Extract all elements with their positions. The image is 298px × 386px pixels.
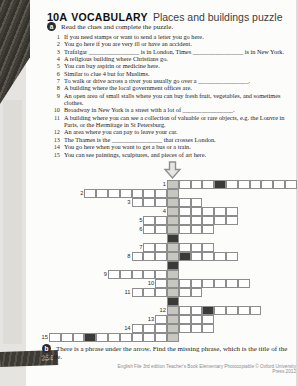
answer-cell[interactable] bbox=[214, 207, 226, 216]
row-number-label: 14 bbox=[119, 324, 131, 333]
clue-number: 2 bbox=[47, 40, 60, 47]
answer-cell[interactable] bbox=[143, 189, 155, 198]
answer-cell[interactable] bbox=[155, 198, 167, 207]
clue-text: You go here when you want to get a bus o… bbox=[64, 143, 191, 150]
shaded-answer-cell[interactable] bbox=[167, 324, 179, 333]
answer-cell[interactable] bbox=[191, 324, 203, 333]
clue-list: 1If you need stamps or want to send a le… bbox=[47, 33, 294, 158]
answer-cell[interactable] bbox=[202, 216, 214, 225]
shaded-answer-cell[interactable] bbox=[167, 288, 179, 297]
shaded-answer-cell[interactable] bbox=[167, 225, 179, 234]
answer-cell[interactable] bbox=[155, 252, 167, 261]
answer-cell[interactable] bbox=[143, 198, 155, 207]
clue-text: The Thames is the ________________ that … bbox=[64, 136, 216, 143]
clue-item: 12An area where you can pay to leave you… bbox=[47, 128, 294, 135]
answer-cell[interactable] bbox=[214, 252, 226, 261]
clue-item: 10Broadway in New York is a street with … bbox=[47, 106, 294, 113]
answer-cell[interactable] bbox=[132, 189, 144, 198]
answer-cell[interactable] bbox=[132, 324, 144, 333]
clue-text: You can see paintings, sculptures, and p… bbox=[64, 151, 206, 158]
answer-cell[interactable] bbox=[108, 189, 120, 198]
shaded-answer-cell[interactable] bbox=[167, 270, 179, 279]
phrase-space-cell bbox=[167, 234, 179, 243]
answer-cell[interactable] bbox=[179, 198, 191, 207]
clue-number: 7 bbox=[47, 77, 60, 84]
answer-cell[interactable] bbox=[143, 243, 155, 252]
answer-cell[interactable] bbox=[202, 315, 214, 324]
row-number-label: 7 bbox=[130, 243, 142, 252]
shaded-answer-cell[interactable] bbox=[167, 279, 179, 288]
answer-cell[interactable] bbox=[226, 252, 238, 261]
answer-cell[interactable] bbox=[155, 333, 167, 342]
answer-cell[interactable] bbox=[49, 333, 61, 342]
answer-cell[interactable] bbox=[155, 270, 167, 279]
answer-cell[interactable] bbox=[285, 180, 297, 189]
answer-cell[interactable] bbox=[155, 279, 167, 288]
shaded-answer-cell[interactable] bbox=[167, 180, 179, 189]
clue-number: 3 bbox=[47, 48, 60, 55]
clue-item: 14You go here when you want to get a bus… bbox=[47, 143, 294, 150]
clue-number: 15 bbox=[47, 151, 60, 158]
task-a-text: Read the clues and complete the puzzle. bbox=[61, 23, 173, 31]
answer-cell[interactable] bbox=[191, 207, 203, 216]
answer-cell[interactable] bbox=[202, 225, 214, 234]
clue-item: 11A building where you can see a collect… bbox=[47, 114, 294, 129]
answer-cell[interactable] bbox=[191, 216, 203, 225]
clue-item: 7To walk or drive across a river you usu… bbox=[47, 77, 294, 84]
clue-item: 2You go here if you are very ill or have… bbox=[47, 40, 294, 47]
answer-cell[interactable] bbox=[202, 207, 214, 216]
row-number-label: 5 bbox=[130, 216, 142, 225]
row-number-label: 6 bbox=[130, 225, 142, 234]
clue-item: 4A religious building where Christians g… bbox=[47, 55, 294, 62]
answer-cell[interactable] bbox=[191, 306, 203, 315]
task-a: aRead the clues and complete the puzzle. bbox=[47, 22, 173, 31]
answer-cell[interactable] bbox=[202, 243, 214, 252]
clue-text: To walk or drive across a river you usua… bbox=[64, 77, 250, 84]
shaded-answer-cell[interactable] bbox=[167, 333, 179, 342]
clue-item: 6Similar to clue 4 but for Muslims. bbox=[47, 70, 294, 77]
answer-cell[interactable] bbox=[250, 180, 262, 189]
answer-cell[interactable] bbox=[179, 306, 191, 315]
row-number-label: 11 bbox=[119, 288, 131, 297]
answer-cell[interactable] bbox=[143, 252, 155, 261]
shaded-answer-cell[interactable] bbox=[167, 252, 179, 261]
row-number-label: 4 bbox=[154, 207, 166, 216]
answer-cell[interactable] bbox=[84, 189, 96, 198]
shaded-answer-cell[interactable] bbox=[167, 306, 179, 315]
row-number-label: 12 bbox=[154, 306, 166, 315]
answer-cell[interactable] bbox=[191, 180, 203, 189]
answer-cell[interactable] bbox=[191, 252, 203, 261]
answer-cell[interactable] bbox=[202, 324, 214, 333]
answer-cell[interactable] bbox=[143, 333, 155, 342]
answer-cell[interactable] bbox=[155, 243, 167, 252]
answer-cell[interactable] bbox=[143, 288, 155, 297]
clue-text: A building where the local government of… bbox=[64, 84, 192, 91]
word-space-cell bbox=[84, 333, 96, 342]
answer-cell[interactable] bbox=[191, 243, 203, 252]
answer-cell[interactable] bbox=[226, 306, 238, 315]
answer-cell[interactable] bbox=[96, 333, 108, 342]
clue-item: 3Trafalgar ________________ is in London… bbox=[47, 48, 294, 55]
clue-text: Trafalgar ________________ is in London,… bbox=[64, 48, 284, 55]
clue-number: 5 bbox=[47, 62, 60, 69]
row-number-label: 15 bbox=[36, 333, 48, 342]
answer-cell[interactable] bbox=[214, 279, 226, 288]
clue-number: 14 bbox=[47, 143, 60, 150]
word-space-cell bbox=[202, 306, 214, 315]
clue-number: 13 bbox=[47, 136, 60, 143]
clue-number: 10 bbox=[47, 106, 60, 113]
clue-text: If you need stamps or want to send a let… bbox=[64, 33, 204, 40]
answer-cell[interactable] bbox=[155, 216, 167, 225]
book-spine-strip-middle bbox=[3, 100, 22, 344]
answer-cell[interactable] bbox=[155, 288, 167, 297]
clue-text: You go here if you are very ill or have … bbox=[64, 40, 192, 47]
clue-item: 5You can buy aspirin or medicine here. bbox=[47, 62, 294, 69]
answer-cell[interactable] bbox=[179, 315, 191, 324]
clue-number: 8 bbox=[47, 84, 60, 91]
answer-cell[interactable] bbox=[238, 180, 250, 189]
answer-cell[interactable] bbox=[179, 279, 191, 288]
answer-cell[interactable] bbox=[191, 198, 203, 207]
task-b-badge: b bbox=[42, 344, 51, 353]
clue-item: 1If you need stamps or want to send a le… bbox=[47, 33, 294, 40]
answer-cell[interactable] bbox=[132, 333, 144, 342]
puzzle-grid-area: 123456789101112131415 bbox=[49, 180, 297, 342]
answer-cell[interactable] bbox=[226, 207, 238, 216]
answer-cell[interactable] bbox=[120, 189, 132, 198]
answer-cell[interactable] bbox=[143, 225, 155, 234]
clue-text: An area where you can pay to leave your … bbox=[64, 128, 178, 135]
answer-cell[interactable] bbox=[155, 225, 167, 234]
answer-cell[interactable] bbox=[120, 333, 132, 342]
answer-cell[interactable] bbox=[96, 189, 108, 198]
clue-text: A religious building where Christians go… bbox=[64, 55, 168, 62]
answer-cell[interactable] bbox=[179, 288, 191, 297]
answer-cell[interactable] bbox=[108, 270, 120, 279]
row-number-label: 8 bbox=[119, 252, 131, 261]
clue-number: 1 bbox=[47, 33, 60, 40]
answer-cell[interactable] bbox=[143, 324, 155, 333]
answer-cell[interactable] bbox=[132, 198, 144, 207]
clue-text: Broadway in New York is a street with a … bbox=[64, 106, 235, 113]
task-a-badge: a bbox=[47, 22, 56, 31]
answer-cell[interactable] bbox=[132, 270, 144, 279]
answer-cell[interactable] bbox=[261, 180, 273, 189]
answer-cell[interactable] bbox=[226, 180, 238, 189]
answer-cell[interactable] bbox=[120, 270, 132, 279]
worksheet-page: 254 10AVOCABULARYPlaces and buildings pu… bbox=[0, 0, 298, 386]
answer-cell[interactable] bbox=[238, 306, 250, 315]
answer-cell[interactable] bbox=[202, 279, 214, 288]
answer-cell[interactable] bbox=[214, 216, 226, 225]
answer-cell[interactable] bbox=[73, 333, 85, 342]
clue-number: 9 bbox=[47, 92, 60, 107]
answer-cell[interactable] bbox=[155, 315, 167, 324]
row-number-label: 3 bbox=[119, 198, 131, 207]
phrase-space-cell bbox=[167, 297, 179, 306]
clue-item: 13The Thames is the ________________ tha… bbox=[47, 136, 294, 143]
answer-cell[interactable] bbox=[226, 216, 238, 225]
answer-cell[interactable] bbox=[202, 252, 214, 261]
answer-cell[interactable] bbox=[250, 306, 262, 315]
row-number-label: 10 bbox=[142, 279, 154, 288]
answer-cell[interactable] bbox=[226, 279, 238, 288]
row-number-label: 13 bbox=[142, 315, 154, 324]
answer-cell[interactable] bbox=[191, 279, 203, 288]
answer-cell[interactable] bbox=[191, 288, 203, 297]
answer-cell[interactable] bbox=[179, 324, 191, 333]
clue-text: An open area of small stalls where you c… bbox=[64, 92, 294, 107]
clue-text: Similar to clue 4 but for Muslims. bbox=[64, 70, 150, 77]
answer-cell[interactable] bbox=[132, 252, 144, 261]
answer-cell[interactable] bbox=[273, 180, 285, 189]
clue-number: 6 bbox=[47, 70, 60, 77]
shaded-answer-cell[interactable] bbox=[167, 207, 179, 216]
answer-cell[interactable] bbox=[132, 288, 144, 297]
shaded-answer-cell[interactable] bbox=[167, 198, 179, 207]
shaded-answer-cell[interactable] bbox=[167, 315, 179, 324]
copyright-footer: English File 3rd edition Teacher's Book … bbox=[110, 364, 296, 374]
answer-cell[interactable] bbox=[155, 324, 167, 333]
word-space-cell bbox=[214, 180, 226, 189]
puzzle-grid bbox=[49, 180, 297, 342]
task-b-text: There is a phrase under the arrow. Find … bbox=[42, 345, 287, 362]
phrase-space-cell bbox=[167, 261, 179, 270]
answer-cell[interactable] bbox=[61, 333, 73, 342]
answer-cell[interactable] bbox=[202, 180, 214, 189]
answer-cell[interactable] bbox=[108, 333, 120, 342]
answer-cell[interactable] bbox=[214, 306, 226, 315]
row-number-label: 2 bbox=[71, 189, 83, 198]
answer-cell[interactable] bbox=[143, 216, 155, 225]
answer-cell[interactable] bbox=[179, 243, 191, 252]
clue-text: You can buy aspirin or medicine here. bbox=[64, 62, 160, 69]
shaded-answer-cell[interactable] bbox=[167, 216, 179, 225]
clue-number: 12 bbox=[47, 128, 60, 135]
row-number-label: 1 bbox=[154, 180, 166, 189]
clue-number: 11 bbox=[47, 114, 60, 129]
clue-item: 8A building where the local government o… bbox=[47, 84, 294, 91]
clue-item: 9An open area of small stalls where you … bbox=[47, 92, 294, 107]
clue-item: 15You can see paintings, sculptures, and… bbox=[47, 151, 294, 158]
answer-cell[interactable] bbox=[179, 180, 191, 189]
word-space-cell bbox=[179, 252, 191, 261]
clue-text: A building where you can see a collectio… bbox=[64, 114, 294, 129]
answer-cell[interactable] bbox=[179, 225, 191, 234]
answer-cell[interactable] bbox=[179, 207, 191, 216]
task-b: bThere is a phrase under the arrow. Find… bbox=[42, 344, 298, 361]
answer-cell[interactable] bbox=[238, 279, 250, 288]
row-number-label: 9 bbox=[95, 270, 107, 279]
shaded-answer-cell[interactable] bbox=[167, 243, 179, 252]
answer-cell[interactable] bbox=[143, 270, 155, 279]
answer-cell[interactable] bbox=[155, 189, 167, 198]
answer-cell[interactable] bbox=[191, 225, 203, 234]
answer-cell[interactable] bbox=[191, 315, 203, 324]
answer-cell[interactable] bbox=[179, 216, 191, 225]
shaded-answer-cell[interactable] bbox=[167, 189, 179, 198]
clue-number: 4 bbox=[47, 55, 60, 62]
